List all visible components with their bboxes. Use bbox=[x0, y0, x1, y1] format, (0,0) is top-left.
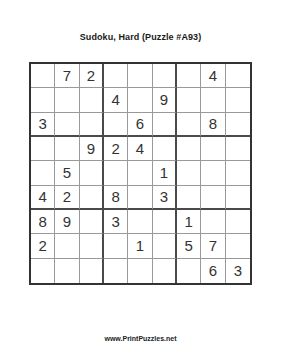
cell-r4c6 bbox=[153, 137, 177, 161]
cell-r6c6: 3 bbox=[153, 186, 177, 210]
puzzle-title: Sudoku, Hard (Puzzle #A93) bbox=[0, 31, 281, 43]
cell-r9c1 bbox=[31, 259, 55, 283]
cell-r8c7: 5 bbox=[177, 234, 201, 258]
cell-r9c3 bbox=[80, 259, 104, 283]
cell-r8c9 bbox=[226, 234, 250, 258]
cell-r5c9 bbox=[226, 161, 250, 185]
cell-r2c4: 4 bbox=[104, 88, 128, 112]
cell-r5c5 bbox=[128, 161, 152, 185]
cell-r9c4 bbox=[104, 259, 128, 283]
sudoku-grid: 724493689245142838931215763 bbox=[29, 62, 252, 285]
cell-r7c1: 8 bbox=[31, 210, 55, 234]
cell-r9c7 bbox=[177, 259, 201, 283]
cell-r3c9 bbox=[226, 113, 250, 137]
cell-r3c8: 8 bbox=[201, 113, 225, 137]
cell-r5c7 bbox=[177, 161, 201, 185]
cell-r9c8: 6 bbox=[201, 259, 225, 283]
cell-r6c8 bbox=[201, 186, 225, 210]
cell-r3c3 bbox=[80, 113, 104, 137]
cell-r5c8 bbox=[201, 161, 225, 185]
cell-r6c7 bbox=[177, 186, 201, 210]
cell-r3c1: 3 bbox=[31, 113, 55, 137]
cell-r7c2: 9 bbox=[55, 210, 79, 234]
cell-r3c6 bbox=[153, 113, 177, 137]
cell-r1c6 bbox=[153, 64, 177, 88]
cell-r6c3 bbox=[80, 186, 104, 210]
footer-url: www.PrintPuzzles.net bbox=[0, 334, 281, 343]
cell-r2c9 bbox=[226, 88, 250, 112]
cell-r1c2: 7 bbox=[55, 64, 79, 88]
cell-r9c9: 3 bbox=[226, 259, 250, 283]
cell-r3c7 bbox=[177, 113, 201, 137]
cell-r3c2 bbox=[55, 113, 79, 137]
cell-r2c7 bbox=[177, 88, 201, 112]
cell-r7c8 bbox=[201, 210, 225, 234]
sudoku-page: Sudoku, Hard (Puzzle #A93) 7244936892451… bbox=[0, 0, 281, 363]
cell-r6c2: 2 bbox=[55, 186, 79, 210]
cell-r9c2 bbox=[55, 259, 79, 283]
cell-r4c7 bbox=[177, 137, 201, 161]
cell-r1c8: 4 bbox=[201, 64, 225, 88]
cell-r1c9 bbox=[226, 64, 250, 88]
cell-r4c9 bbox=[226, 137, 250, 161]
cell-r2c3 bbox=[80, 88, 104, 112]
cell-r6c9 bbox=[226, 186, 250, 210]
cell-r4c1 bbox=[31, 137, 55, 161]
cell-r7c4: 3 bbox=[104, 210, 128, 234]
cell-r9c6 bbox=[153, 259, 177, 283]
cell-r7c6 bbox=[153, 210, 177, 234]
cell-r2c6: 9 bbox=[153, 88, 177, 112]
cell-r8c3 bbox=[80, 234, 104, 258]
cell-r8c8: 7 bbox=[201, 234, 225, 258]
cell-r8c1: 2 bbox=[31, 234, 55, 258]
cell-r7c7: 1 bbox=[177, 210, 201, 234]
cell-r5c2: 5 bbox=[55, 161, 79, 185]
cell-r3c4 bbox=[104, 113, 128, 137]
cell-r4c2 bbox=[55, 137, 79, 161]
cell-r1c7 bbox=[177, 64, 201, 88]
cell-r8c4 bbox=[104, 234, 128, 258]
cell-r9c5 bbox=[128, 259, 152, 283]
cell-r6c1: 4 bbox=[31, 186, 55, 210]
cell-r1c3: 2 bbox=[80, 64, 104, 88]
cell-r1c1 bbox=[31, 64, 55, 88]
cell-r8c6 bbox=[153, 234, 177, 258]
cell-r2c8 bbox=[201, 88, 225, 112]
cell-r5c4 bbox=[104, 161, 128, 185]
cell-r4c4: 2 bbox=[104, 137, 128, 161]
cell-r8c5: 1 bbox=[128, 234, 152, 258]
cell-r5c3 bbox=[80, 161, 104, 185]
cell-r2c2 bbox=[55, 88, 79, 112]
cell-r6c4: 8 bbox=[104, 186, 128, 210]
cell-r2c1 bbox=[31, 88, 55, 112]
cell-r2c5 bbox=[128, 88, 152, 112]
cell-r8c2 bbox=[55, 234, 79, 258]
cell-r1c5 bbox=[128, 64, 152, 88]
cell-r7c3 bbox=[80, 210, 104, 234]
cell-r5c6: 1 bbox=[153, 161, 177, 185]
cell-r6c5 bbox=[128, 186, 152, 210]
cell-r3c5: 6 bbox=[128, 113, 152, 137]
cell-r5c1 bbox=[31, 161, 55, 185]
cell-r7c9 bbox=[226, 210, 250, 234]
cell-r4c5: 4 bbox=[128, 137, 152, 161]
cell-r4c8 bbox=[201, 137, 225, 161]
cell-r4c3: 9 bbox=[80, 137, 104, 161]
cell-r7c5 bbox=[128, 210, 152, 234]
cell-r1c4 bbox=[104, 64, 128, 88]
